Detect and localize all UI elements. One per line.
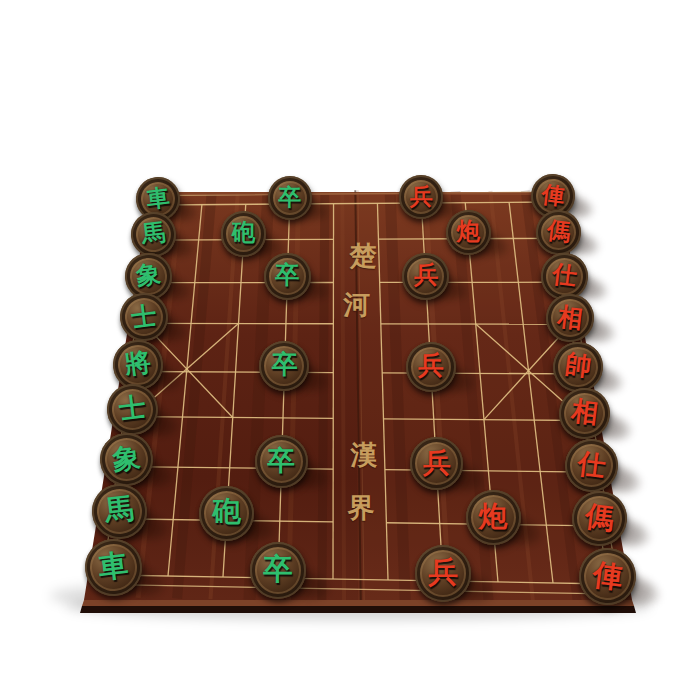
piece-glyph: 兵 <box>410 185 433 208</box>
piece-green-elephant[interactable]: 象 <box>97 430 156 489</box>
piece-glyph: 士 <box>130 302 158 330</box>
piece-red-soldier[interactable]: 兵 <box>415 545 472 602</box>
piece-glyph: 帥 <box>563 352 592 381</box>
piece-green-soldier[interactable]: 卒 <box>268 176 312 220</box>
piece-green-horse[interactable]: 馬 <box>89 481 150 542</box>
piece-glyph: 相 <box>570 398 600 428</box>
piece-green-chariot[interactable]: 車 <box>81 536 144 599</box>
piece-glyph: 傌 <box>584 502 616 534</box>
piece-red-soldier[interactable]: 兵 <box>410 437 463 490</box>
piece-glyph: 馬 <box>140 220 166 246</box>
piece-glyph: 仕 <box>551 262 578 289</box>
piece-glyph: 砲 <box>232 221 256 245</box>
piece-red-elephant[interactable]: 相 <box>556 385 613 442</box>
piece-layer: 車馬象士將士象馬車砲砲卒卒卒卒卒兵兵兵兵兵炮炮俥傌仕相帥相仕傌俥 <box>0 0 700 700</box>
piece-green-soldier[interactable]: 卒 <box>264 253 311 300</box>
piece-green-soldier[interactable]: 卒 <box>255 435 308 488</box>
piece-green-soldier[interactable]: 卒 <box>250 542 307 599</box>
piece-green-advisor[interactable]: 士 <box>104 381 161 438</box>
piece-red-general[interactable]: 帥 <box>550 340 606 396</box>
piece-glyph: 砲 <box>212 498 241 527</box>
piece-glyph: 兵 <box>418 353 444 379</box>
piece-red-soldier[interactable]: 兵 <box>399 175 443 219</box>
piece-green-cannon[interactable]: 砲 <box>221 211 266 256</box>
piece-glyph: 卒 <box>271 352 297 378</box>
product-photo-canvas: 楚 河 漢 界 車馬象士將士象馬車砲砲卒卒卒卒卒兵兵兵兵兵炮炮俥傌仕相帥相仕傌俥 <box>0 0 700 700</box>
piece-glyph: 將 <box>123 350 152 379</box>
piece-glyph: 象 <box>111 443 142 474</box>
piece-red-advisor[interactable]: 仕 <box>562 435 621 494</box>
piece-red-soldier[interactable]: 兵 <box>406 342 456 392</box>
piece-green-advisor[interactable]: 士 <box>117 290 171 344</box>
piece-glyph: 傌 <box>545 218 571 244</box>
piece-glyph: 馬 <box>104 495 136 527</box>
piece-glyph: 卒 <box>275 263 299 287</box>
piece-glyph: 兵 <box>423 449 451 477</box>
piece-red-chariot[interactable]: 俥 <box>576 545 640 609</box>
piece-glyph: 俥 <box>540 182 566 208</box>
piece-green-cannon[interactable]: 砲 <box>199 486 254 541</box>
piece-red-horse[interactable]: 傌 <box>569 488 630 549</box>
piece-glyph: 車 <box>145 185 171 211</box>
piece-glyph: 炮 <box>479 502 508 531</box>
piece-glyph: 象 <box>135 262 162 289</box>
piece-glyph: 車 <box>96 550 129 583</box>
piece-red-cannon[interactable]: 炮 <box>466 490 521 545</box>
piece-red-soldier[interactable]: 兵 <box>402 253 449 300</box>
piece-glyph: 仕 <box>577 449 608 480</box>
piece-glyph: 兵 <box>414 263 438 287</box>
piece-glyph: 兵 <box>428 558 458 588</box>
piece-glyph: 士 <box>117 394 147 424</box>
piece-red-cannon[interactable]: 炮 <box>446 210 491 255</box>
piece-glyph: 相 <box>557 303 585 331</box>
piece-glyph: 卒 <box>278 186 301 209</box>
piece-glyph: 炮 <box>457 220 481 244</box>
piece-green-soldier[interactable]: 卒 <box>259 341 309 391</box>
piece-glyph: 俥 <box>592 559 625 592</box>
piece-red-elephant[interactable]: 相 <box>544 291 598 345</box>
piece-glyph: 卒 <box>263 555 293 585</box>
piece-glyph: 卒 <box>268 447 296 475</box>
